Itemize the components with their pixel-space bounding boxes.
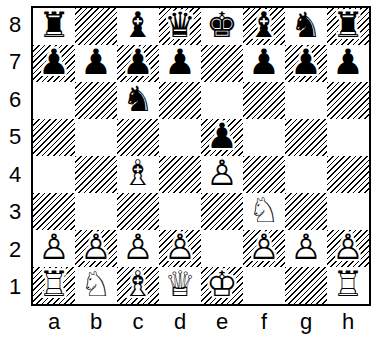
piece-black-rook: ♜♜ [33,8,75,45]
piece-solid-glyph: ♞ [122,82,153,117]
piece-halo: ♜ [332,267,363,302]
square-d1[interactable]: ♛♛♕ [159,267,201,304]
piece-white-pawn: ♟♟♙ [75,230,117,267]
file-label-b: b [75,306,117,338]
square-d4[interactable] [159,156,201,193]
file-label-h: h [327,306,369,338]
piece-halo: ♚ [206,8,237,43]
piece-halo: ♟ [38,45,69,80]
square-f8[interactable]: ♝♝ [243,8,285,45]
piece-halo: ♟ [38,230,69,265]
square-e4[interactable]: ♟♟♙ [201,156,243,193]
piece-halo: ♟ [290,230,321,265]
piece-halo: ♛ [164,8,195,43]
square-b7[interactable]: ♟♟ [75,45,117,82]
piece-outline-glyph: ♘ [248,193,279,228]
square-a3[interactable] [33,193,75,230]
piece-halo: ♜ [332,8,363,43]
square-g1[interactable] [285,267,327,304]
square-f4[interactable] [243,156,285,193]
piece-halo: ♟ [80,45,111,80]
piece-solid-glyph: ♛ [164,8,195,43]
piece-outline-glyph: ♙ [38,230,69,265]
square-b1[interactable]: ♞♞♘ [75,267,117,304]
piece-white-pawn: ♟♟♙ [117,230,159,267]
piece-halo: ♟ [80,230,111,265]
square-h6[interactable] [327,82,369,119]
square-d8[interactable]: ♛♛ [159,8,201,45]
piece-white-pawn: ♟♟♙ [201,156,243,193]
rank-labels: 87654321 [0,6,30,306]
piece-fill: ♟ [248,230,279,265]
piece-outline-glyph: ♙ [248,230,279,265]
square-a2[interactable]: ♟♟♙ [33,230,75,267]
piece-halo: ♝ [122,8,153,43]
square-d2[interactable]: ♟♟♙ [159,230,201,267]
rank-label-4: 4 [0,156,30,194]
piece-halo: ♜ [38,8,69,43]
square-c2[interactable]: ♟♟♙ [117,230,159,267]
piece-white-knight: ♞♞♘ [243,193,285,230]
square-h3[interactable] [327,193,369,230]
piece-black-pawn: ♟♟ [117,45,159,82]
square-g2[interactable]: ♟♟♙ [285,230,327,267]
piece-fill: ♝ [122,267,153,302]
square-g5[interactable] [285,119,327,156]
piece-black-pawn: ♟♟ [285,45,327,82]
square-a7[interactable]: ♟♟ [33,45,75,82]
piece-solid-glyph: ♜ [332,8,363,43]
piece-halo: ♟ [248,230,279,265]
piece-solid-glyph: ♝ [122,8,153,43]
square-a4[interactable] [33,156,75,193]
piece-white-pawn: ♟♟♙ [285,230,327,267]
piece-fill: ♟ [290,230,321,265]
square-a1[interactable]: ♜♜♖ [33,267,75,304]
square-a8[interactable]: ♜♜ [33,8,75,45]
piece-halo: ♟ [206,156,237,191]
piece-fill: ♟ [122,230,153,265]
piece-white-bishop: ♝♝♗ [117,267,159,304]
file-label-g: g [285,306,327,338]
square-f7[interactable]: ♟♟ [243,45,285,82]
piece-fill: ♟ [332,230,363,265]
piece-black-pawn: ♟♟ [159,45,201,82]
piece-outline-glyph: ♕ [164,267,195,302]
square-h7[interactable]: ♟♟ [327,45,369,82]
piece-halo: ♟ [248,45,279,80]
square-e8[interactable]: ♚♚ [201,8,243,45]
square-h1[interactable]: ♜♜♖ [327,267,369,304]
rank-label-3: 3 [0,194,30,232]
rank-label-6: 6 [0,81,30,119]
piece-white-rook: ♜♜♖ [33,267,75,304]
piece-solid-glyph: ♚ [206,8,237,43]
piece-solid-glyph: ♟ [206,119,237,154]
square-b8[interactable] [75,8,117,45]
piece-halo: ♚ [206,267,237,302]
piece-black-bishop: ♝♝ [243,8,285,45]
file-label-f: f [243,306,285,338]
piece-black-bishop: ♝♝ [117,8,159,45]
piece-outline-glyph: ♘ [80,267,111,302]
square-g7[interactable]: ♟♟ [285,45,327,82]
square-a6[interactable] [33,82,75,119]
piece-fill: ♞ [248,193,279,228]
square-c7[interactable]: ♟♟ [117,45,159,82]
piece-halo: ♜ [38,267,69,302]
piece-solid-glyph: ♟ [248,45,279,80]
square-a5[interactable] [33,119,75,156]
piece-halo: ♞ [248,193,279,228]
piece-outline-glyph: ♙ [332,230,363,265]
piece-solid-glyph: ♟ [122,45,153,80]
piece-fill: ♟ [164,230,195,265]
piece-black-pawn: ♟♟ [33,45,75,82]
piece-fill: ♛ [164,267,195,302]
piece-fill: ♟ [206,156,237,191]
square-c1[interactable]: ♝♝♗ [117,267,159,304]
square-e6[interactable] [201,82,243,119]
piece-outline-glyph: ♙ [122,230,153,265]
piece-halo: ♟ [122,45,153,80]
square-d5[interactable] [159,119,201,156]
square-f1[interactable] [243,267,285,304]
piece-black-rook: ♜♜ [327,8,369,45]
piece-halo: ♛ [164,267,195,302]
piece-outline-glyph: ♙ [290,230,321,265]
square-g8[interactable]: ♞♞ [285,8,327,45]
piece-outline-glyph: ♙ [206,156,237,191]
square-b5[interactable] [75,119,117,156]
square-g4[interactable] [285,156,327,193]
piece-black-pawn: ♟♟ [201,119,243,156]
piece-black-pawn: ♟♟ [75,45,117,82]
square-g3[interactable] [285,193,327,230]
piece-outline-glyph: ♔ [206,267,237,302]
rank-label-1: 1 [0,269,30,307]
piece-solid-glyph: ♜ [38,8,69,43]
piece-fill: ♟ [80,230,111,265]
square-b6[interactable] [75,82,117,119]
piece-black-pawn: ♟♟ [243,45,285,82]
file-labels: abcdefgh [33,306,369,338]
square-c4[interactable]: ♝♝♗ [117,156,159,193]
piece-outline-glyph: ♗ [122,267,153,302]
file-label-d: d [159,306,201,338]
square-f2[interactable]: ♟♟♙ [243,230,285,267]
square-g6[interactable] [285,82,327,119]
piece-solid-glyph: ♟ [38,45,69,80]
square-c3[interactable] [117,193,159,230]
square-b2[interactable]: ♟♟♙ [75,230,117,267]
piece-solid-glyph: ♞ [290,8,321,43]
square-f6[interactable] [243,82,285,119]
piece-outline-glyph: ♙ [164,230,195,265]
piece-white-pawn: ♟♟♙ [159,230,201,267]
piece-black-knight: ♞♞ [117,82,159,119]
piece-solid-glyph: ♝ [248,8,279,43]
piece-halo: ♞ [122,82,153,117]
piece-white-queen: ♛♛♕ [159,267,201,304]
square-h8[interactable]: ♜♜ [327,8,369,45]
square-e2[interactable] [201,230,243,267]
square-e7[interactable] [201,45,243,82]
piece-white-bishop: ♝♝♗ [117,156,159,193]
piece-outline-glyph: ♙ [80,230,111,265]
square-f3[interactable]: ♞♞♘ [243,193,285,230]
piece-white-knight: ♞♞♘ [75,267,117,304]
piece-outline-glyph: ♖ [38,267,69,302]
square-h4[interactable] [327,156,369,193]
chess-board: ♜♜♝♝♛♛♚♚♝♝♞♞♜♜♟♟♟♟♟♟♟♟♟♟♟♟♟♟♞♞♟♟♝♝♗♟♟♙♞♞… [31,6,371,306]
file-label-a: a [33,306,75,338]
rank-label-5: 5 [0,119,30,157]
piece-black-knight: ♞♞ [285,8,327,45]
piece-halo: ♞ [80,267,111,302]
rank-label-8: 8 [0,6,30,44]
piece-halo: ♟ [332,230,363,265]
piece-halo: ♟ [332,45,363,80]
piece-black-queen: ♛♛ [159,8,201,45]
piece-solid-glyph: ♟ [164,45,195,80]
piece-solid-glyph: ♟ [290,45,321,80]
piece-halo: ♟ [164,45,195,80]
square-c5[interactable] [117,119,159,156]
square-f5[interactable] [243,119,285,156]
square-c6[interactable]: ♞♞ [117,82,159,119]
square-b3[interactable] [75,193,117,230]
piece-fill: ♞ [80,267,111,302]
piece-black-king: ♚♚ [201,8,243,45]
piece-white-pawn: ♟♟♙ [33,230,75,267]
square-h5[interactable] [327,119,369,156]
piece-fill: ♝ [122,156,153,191]
square-c8[interactable]: ♝♝ [117,8,159,45]
piece-white-king: ♚♚♔ [201,267,243,304]
square-e1[interactable]: ♚♚♔ [201,267,243,304]
piece-white-pawn: ♟♟♙ [243,230,285,267]
piece-halo: ♝ [122,156,153,191]
piece-solid-glyph: ♟ [80,45,111,80]
square-d6[interactable] [159,82,201,119]
square-b4[interactable] [75,156,117,193]
piece-fill: ♟ [38,230,69,265]
piece-outline-glyph: ♖ [332,267,363,302]
square-h2[interactable]: ♟♟♙ [327,230,369,267]
piece-fill: ♜ [332,267,363,302]
file-label-c: c [117,306,159,338]
square-d7[interactable]: ♟♟ [159,45,201,82]
piece-halo: ♟ [164,230,195,265]
piece-black-pawn: ♟♟ [327,45,369,82]
piece-fill: ♜ [38,267,69,302]
rank-label-2: 2 [0,231,30,269]
piece-halo: ♟ [122,230,153,265]
piece-halo: ♝ [122,267,153,302]
square-e5[interactable]: ♟♟ [201,119,243,156]
piece-solid-glyph: ♟ [332,45,363,80]
piece-white-rook: ♜♜♖ [327,267,369,304]
piece-halo: ♞ [290,8,321,43]
piece-halo: ♝ [248,8,279,43]
piece-fill: ♚ [206,267,237,302]
chess-diagram: 87654321 ♜♜♝♝♛♛♚♚♝♝♞♞♜♜♟♟♟♟♟♟♟♟♟♟♟♟♟♟♞♞♟… [0,0,376,339]
rank-label-7: 7 [0,44,30,82]
file-label-e: e [201,306,243,338]
piece-white-pawn: ♟♟♙ [327,230,369,267]
square-e3[interactable] [201,193,243,230]
piece-outline-glyph: ♗ [122,156,153,191]
piece-halo: ♟ [206,119,237,154]
square-d3[interactable] [159,193,201,230]
piece-halo: ♟ [290,45,321,80]
